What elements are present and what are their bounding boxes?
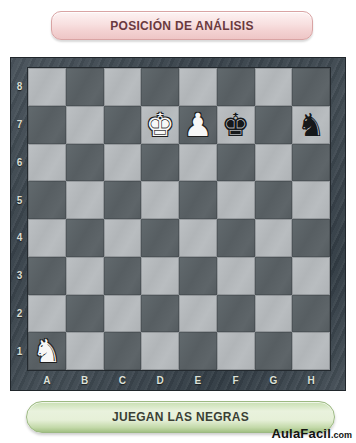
square-d2 (141, 295, 179, 333)
square-f6 (217, 144, 255, 182)
board-grid: ♚♟♚♞♞ (28, 68, 330, 370)
chess-board: 87654321 ♚♟♚♞♞ ABCDEFGH (10, 57, 346, 391)
square-g7 (255, 106, 293, 144)
square-e2 (179, 295, 217, 333)
square-f1 (217, 332, 255, 370)
file-label-f: F (217, 370, 255, 391)
square-b8 (66, 68, 104, 106)
file-label-b: B (66, 370, 104, 391)
file-label-h: H (292, 370, 330, 391)
rank-label-7: 7 (11, 106, 28, 144)
square-b4 (66, 219, 104, 257)
square-g1 (255, 332, 293, 370)
square-d3 (141, 257, 179, 295)
square-d7: ♚ (141, 106, 179, 144)
square-a8 (28, 68, 66, 106)
square-h7: ♞ (292, 106, 330, 144)
square-e8 (179, 68, 217, 106)
black-king-f7: ♚ (221, 109, 250, 141)
square-b5 (66, 181, 104, 219)
file-labels: ABCDEFGH (28, 370, 330, 391)
square-b7 (66, 106, 104, 144)
rank-label-2: 2 (11, 295, 28, 333)
white-knight-a1: ♞ (33, 335, 62, 367)
square-b1 (66, 332, 104, 370)
square-g4 (255, 219, 293, 257)
file-label-a: A (28, 370, 66, 391)
file-label-g: G (255, 370, 293, 391)
square-c3 (104, 257, 142, 295)
square-d4 (141, 219, 179, 257)
square-f5 (217, 181, 255, 219)
square-f4 (217, 219, 255, 257)
analysis-title-banner[interactable]: POSICIÓN DE ANÁLISIS (51, 11, 313, 40)
rank-label-6: 6 (11, 144, 28, 182)
square-e6 (179, 144, 217, 182)
brand-suffix: .com (331, 430, 352, 440)
white-king-d7: ♚ (146, 109, 175, 141)
square-a2 (28, 295, 66, 333)
square-h5 (292, 181, 330, 219)
square-c2 (104, 295, 142, 333)
square-h6 (292, 144, 330, 182)
square-e5 (179, 181, 217, 219)
square-h8 (292, 68, 330, 106)
square-e1 (179, 332, 217, 370)
square-g2 (255, 295, 293, 333)
square-g3 (255, 257, 293, 295)
square-b6 (66, 144, 104, 182)
rank-labels: 87654321 (11, 68, 28, 370)
square-f8 (217, 68, 255, 106)
square-d8 (141, 68, 179, 106)
square-c7 (104, 106, 142, 144)
file-label-d: D (141, 370, 179, 391)
square-b3 (66, 257, 104, 295)
square-e4 (179, 219, 217, 257)
rank-label-4: 4 (11, 219, 28, 257)
turn-banner-label: JUEGAN LAS NEGRAS (112, 410, 249, 424)
square-b2 (66, 295, 104, 333)
square-f3 (217, 257, 255, 295)
square-h1 (292, 332, 330, 370)
square-a6 (28, 144, 66, 182)
brand-name: AulaFacil (271, 426, 331, 441)
white-pawn-e7: ♟ (184, 109, 213, 141)
square-d5 (141, 181, 179, 219)
square-c1 (104, 332, 142, 370)
black-knight-h7: ♞ (297, 109, 326, 141)
square-d1 (141, 332, 179, 370)
square-e3 (179, 257, 217, 295)
square-a5 (28, 181, 66, 219)
square-a1: ♞ (28, 332, 66, 370)
square-f7: ♚ (217, 106, 255, 144)
square-a7 (28, 106, 66, 144)
square-h3 (292, 257, 330, 295)
square-c8 (104, 68, 142, 106)
square-h4 (292, 219, 330, 257)
square-a4 (28, 219, 66, 257)
file-label-c: C (104, 370, 142, 391)
analysis-title-label: POSICIÓN DE ANÁLISIS (110, 19, 254, 33)
square-e7: ♟ (179, 106, 217, 144)
square-c5 (104, 181, 142, 219)
square-g8 (255, 68, 293, 106)
rank-label-8: 8 (11, 68, 28, 106)
square-d6 (141, 144, 179, 182)
square-g6 (255, 144, 293, 182)
file-label-e: E (179, 370, 217, 391)
rank-label-5: 5 (11, 181, 28, 219)
rank-label-3: 3 (11, 257, 28, 295)
square-c4 (104, 219, 142, 257)
brand-logo: AulaFacil.com (271, 426, 352, 441)
square-h2 (292, 295, 330, 333)
rank-label-1: 1 (11, 332, 28, 370)
square-c6 (104, 144, 142, 182)
page: POSICIÓN DE ANÁLISIS 87654321 ♚♟♚♞♞ ABCD… (0, 0, 356, 443)
square-g5 (255, 181, 293, 219)
square-a3 (28, 257, 66, 295)
square-f2 (217, 295, 255, 333)
